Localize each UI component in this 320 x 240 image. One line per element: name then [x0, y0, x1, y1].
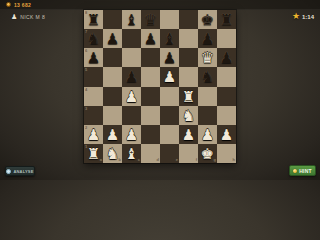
square-e4[interactable]	[160, 87, 179, 106]
square-b1[interactable]: b♞	[103, 144, 122, 163]
piece-white-bishop[interactable]: ♝	[125, 145, 138, 162]
piece-white-pawn[interactable]: ♟	[201, 126, 214, 143]
file-label-e: e	[176, 158, 178, 162]
piece-black-king[interactable]: ♚	[201, 11, 214, 28]
rank-label-6: 6	[85, 49, 87, 53]
square-e7[interactable]: ♝	[160, 29, 179, 48]
square-b7[interactable]: ♟	[103, 29, 122, 48]
square-c3[interactable]	[122, 106, 141, 125]
rank-label-8: 8	[85, 11, 87, 15]
rank-label-4: 4	[85, 88, 87, 92]
square-f6[interactable]	[179, 48, 198, 67]
square-b8[interactable]	[103, 10, 122, 29]
coin-icon	[6, 2, 11, 7]
chess-board: 8♜♝♛♚♜7♞♟♟♝♟6♟♟♛♟5♟♟♞4♟♜3♞2♟♟♟♟♟♟1a♜b♞c♝…	[84, 10, 236, 163]
square-b3[interactable]	[103, 106, 122, 125]
piece-black-rook[interactable]: ♜	[220, 11, 233, 28]
piece-white-king[interactable]: ♚	[201, 145, 214, 162]
rank-label-1: 1	[85, 145, 87, 149]
square-g3[interactable]	[198, 106, 217, 125]
piece-black-pawn[interactable]: ♟	[220, 49, 233, 66]
file-label-d: d	[157, 158, 159, 162]
piece-white-pawn[interactable]: ♟	[125, 88, 138, 105]
square-h3[interactable]	[217, 106, 236, 125]
piece-black-pawn[interactable]: ♟	[144, 30, 157, 47]
analyse-button[interactable]: ANALYSE	[5, 166, 35, 176]
piece-white-pawn[interactable]: ♟	[163, 68, 176, 85]
top-bar: 13 682	[0, 0, 320, 10]
analyse-button-label: ANALYSE	[13, 169, 33, 174]
file-label-g: g	[214, 158, 216, 162]
piece-black-knight[interactable]: ♞	[87, 30, 100, 47]
piece-black-pawn[interactable]: ♟	[125, 68, 138, 85]
square-g7[interactable]: ♟	[198, 29, 217, 48]
square-c6[interactable]	[122, 48, 141, 67]
square-b4[interactable]	[103, 87, 122, 106]
rank-label-5: 5	[85, 68, 87, 72]
piece-black-knight[interactable]: ♞	[201, 68, 214, 85]
square-b5[interactable]	[103, 67, 122, 86]
square-e3[interactable]	[160, 106, 179, 125]
square-a2[interactable]: 2♟	[84, 125, 103, 144]
square-e8[interactable]	[160, 10, 179, 29]
square-d8[interactable]: ♛	[141, 10, 160, 29]
piece-white-pawn[interactable]: ♟	[87, 126, 100, 143]
square-b6[interactable]	[103, 48, 122, 67]
square-g6[interactable]: ♛	[198, 48, 217, 67]
square-d3[interactable]	[141, 106, 160, 125]
star-value: 1:14	[302, 14, 314, 20]
file-label-h: h	[233, 158, 235, 162]
square-e6[interactable]: ♟	[160, 48, 179, 67]
coin-balance: 13 682	[14, 2, 31, 8]
square-a6[interactable]: 6♟	[84, 48, 103, 67]
square-d2[interactable]	[141, 125, 160, 144]
rank-label-3: 3	[85, 107, 87, 111]
hint-button-label: HINT	[299, 168, 311, 174]
square-f2[interactable]: ♟	[179, 125, 198, 144]
square-g1[interactable]: g♚	[198, 144, 217, 163]
square-a7[interactable]: 7♞	[84, 29, 103, 48]
square-h2[interactable]: ♟	[217, 125, 236, 144]
piece-white-rook[interactable]: ♜	[182, 88, 195, 105]
square-f4[interactable]: ♜	[179, 87, 198, 106]
square-d1[interactable]: d	[141, 144, 160, 163]
piece-white-queen[interactable]: ♛	[201, 49, 214, 66]
piece-black-bishop[interactable]: ♝	[163, 30, 176, 47]
star-counter: ★ 1:14	[292, 12, 314, 21]
player-pawn-icon: ♟	[11, 13, 17, 20]
square-c2[interactable]: ♟	[122, 125, 141, 144]
square-h5[interactable]	[217, 67, 236, 86]
square-c8[interactable]: ♝	[122, 10, 141, 29]
square-g5[interactable]: ♞	[198, 67, 217, 86]
square-h7[interactable]	[217, 29, 236, 48]
square-h4[interactable]	[217, 87, 236, 106]
square-g8[interactable]: ♚	[198, 10, 217, 29]
square-c1[interactable]: c♝	[122, 144, 141, 163]
square-e5[interactable]: ♟	[160, 67, 179, 86]
square-h1[interactable]: h	[217, 144, 236, 163]
magnifier-icon	[6, 169, 11, 174]
file-label-a: a	[100, 158, 102, 162]
square-f3[interactable]: ♞	[179, 106, 198, 125]
piece-white-knight[interactable]: ♞	[106, 145, 119, 162]
square-f7[interactable]	[179, 29, 198, 48]
square-g2[interactable]: ♟	[198, 125, 217, 144]
player-info: ♟ NICK M 8	[11, 13, 45, 20]
piece-white-rook[interactable]: ♜	[87, 145, 100, 162]
square-d4[interactable]	[141, 87, 160, 106]
file-label-b: b	[119, 158, 121, 162]
piece-white-pawn[interactable]: ♟	[106, 126, 119, 143]
hint-button[interactable]: HINT	[289, 165, 316, 176]
square-b2[interactable]: ♟	[103, 125, 122, 144]
piece-black-pawn[interactable]: ♟	[201, 30, 214, 47]
piece-black-queen[interactable]: ♛	[144, 11, 157, 28]
square-h6[interactable]: ♟	[217, 48, 236, 67]
piece-black-rook[interactable]: ♜	[87, 11, 100, 28]
piece-white-pawn[interactable]: ♟	[125, 126, 138, 143]
square-f5[interactable]	[179, 67, 198, 86]
square-d7[interactable]: ♟	[141, 29, 160, 48]
square-a3[interactable]: 3	[84, 106, 103, 125]
piece-white-pawn[interactable]: ♟	[182, 126, 195, 143]
square-a5[interactable]: 5	[84, 67, 103, 86]
square-e1[interactable]: e	[160, 144, 179, 163]
square-e2[interactable]	[160, 125, 179, 144]
square-c7[interactable]	[122, 29, 141, 48]
piece-black-pawn[interactable]: ♟	[106, 30, 119, 47]
square-f8[interactable]	[179, 10, 198, 29]
square-c4[interactable]: ♟	[122, 87, 141, 106]
piece-white-pawn[interactable]: ♟	[220, 126, 233, 143]
piece-black-pawn[interactable]: ♟	[163, 49, 176, 66]
square-f1[interactable]: f	[179, 144, 198, 163]
square-h8[interactable]: ♜	[217, 10, 236, 29]
rank-label-7: 7	[85, 30, 87, 34]
square-d5[interactable]	[141, 67, 160, 86]
piece-white-knight[interactable]: ♞	[182, 107, 195, 124]
square-c5[interactable]: ♟	[122, 67, 141, 86]
file-label-c: c	[138, 158, 140, 162]
star-icon: ★	[292, 12, 300, 21]
square-a1[interactable]: 1a♜	[84, 144, 103, 163]
rank-label-2: 2	[85, 126, 87, 130]
square-g4[interactable]	[198, 87, 217, 106]
square-d6[interactable]	[141, 48, 160, 67]
square-a8[interactable]: 8♜	[84, 10, 103, 29]
piece-black-pawn[interactable]: ♟	[87, 49, 100, 66]
square-a4[interactable]: 4	[84, 87, 103, 106]
lightbulb-icon	[293, 169, 297, 173]
piece-black-bishop[interactable]: ♝	[125, 11, 138, 28]
player-name: NICK M 8	[20, 14, 45, 20]
file-label-f: f	[196, 158, 197, 162]
